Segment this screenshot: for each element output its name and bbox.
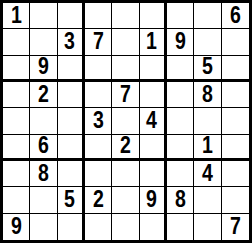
cell-digit: 6 (38, 135, 49, 159)
sudoku-cell[interactable] (112, 214, 139, 240)
sudoku-cell[interactable]: 2 (85, 187, 112, 213)
sudoku-cell[interactable] (140, 135, 167, 161)
sudoku-cell[interactable] (222, 108, 249, 134)
sudoku-cell[interactable] (30, 187, 57, 213)
sudoku-cell[interactable] (58, 56, 85, 82)
cell-digit: 7 (93, 30, 104, 54)
sudoku-cell[interactable] (3, 187, 30, 213)
sudoku-cell[interactable]: 6 (222, 3, 249, 29)
sudoku-cell[interactable] (30, 3, 57, 29)
sudoku-cell[interactable]: 3 (85, 108, 112, 134)
sudoku-cell[interactable] (58, 3, 85, 29)
cell-digit: 6 (230, 4, 241, 28)
sudoku-cell[interactable] (167, 214, 194, 240)
sudoku-cell[interactable]: 1 (194, 135, 221, 161)
sudoku-cell[interactable] (85, 3, 112, 29)
sudoku-cell[interactable] (112, 161, 139, 187)
sudoku-cell[interactable] (194, 108, 221, 134)
sudoku-cell[interactable] (222, 29, 249, 55)
cell-digit: 4 (146, 109, 157, 133)
sudoku-cell[interactable] (3, 135, 30, 161)
cell-digit: 8 (175, 188, 186, 212)
cell-digit: 7 (230, 215, 241, 239)
sudoku-cell[interactable]: 7 (222, 214, 249, 240)
sudoku-cell[interactable]: 2 (30, 82, 57, 108)
sudoku-cell[interactable] (140, 3, 167, 29)
sudoku-cell[interactable]: 4 (140, 108, 167, 134)
sudoku-cell[interactable] (140, 82, 167, 108)
sudoku-cell[interactable] (112, 187, 139, 213)
sudoku-cell[interactable] (85, 214, 112, 240)
sudoku-cell[interactable] (30, 29, 57, 55)
sudoku-board: 163719952783462184529897 (0, 0, 252, 243)
sudoku-cell[interactable] (222, 56, 249, 82)
sudoku-cell[interactable]: 8 (194, 82, 221, 108)
sudoku-cell[interactable]: 3 (58, 29, 85, 55)
sudoku-cell[interactable]: 6 (30, 135, 57, 161)
sudoku-cell[interactable]: 9 (30, 56, 57, 82)
sudoku-cell[interactable] (140, 161, 167, 187)
cell-digit: 1 (146, 30, 157, 54)
cell-digit: 3 (93, 109, 104, 133)
sudoku-cell[interactable]: 8 (167, 187, 194, 213)
sudoku-cell[interactable] (112, 108, 139, 134)
sudoku-cell[interactable] (194, 187, 221, 213)
cell-digit: 8 (38, 162, 49, 186)
sudoku-cell[interactable] (3, 108, 30, 134)
sudoku-cell[interactable] (140, 56, 167, 82)
cell-digit: 2 (38, 83, 49, 107)
cell-digit: 1 (202, 135, 213, 159)
sudoku-cell[interactable] (167, 56, 194, 82)
sudoku-cell[interactable] (222, 82, 249, 108)
sudoku-cell[interactable] (3, 161, 30, 187)
cell-digit: 9 (38, 56, 49, 80)
sudoku-cell[interactable] (58, 161, 85, 187)
sudoku-cell[interactable]: 5 (194, 56, 221, 82)
sudoku-cell[interactable] (167, 108, 194, 134)
sudoku-cell[interactable]: 7 (112, 82, 139, 108)
cell-digit: 9 (11, 215, 22, 239)
sudoku-cell[interactable] (30, 108, 57, 134)
sudoku-cell[interactable]: 9 (140, 187, 167, 213)
sudoku-cell[interactable]: 1 (140, 29, 167, 55)
sudoku-cell[interactable] (222, 135, 249, 161)
sudoku-cell[interactable] (3, 56, 30, 82)
sudoku-cell[interactable] (194, 3, 221, 29)
cell-digit: 4 (202, 162, 213, 186)
sudoku-cell[interactable] (194, 29, 221, 55)
sudoku-cell[interactable]: 9 (167, 29, 194, 55)
sudoku-cell[interactable] (3, 82, 30, 108)
cell-digit: 9 (146, 188, 157, 212)
sudoku-cell[interactable] (222, 161, 249, 187)
sudoku-cell[interactable] (58, 82, 85, 108)
sudoku-cell[interactable] (112, 56, 139, 82)
sudoku-cell[interactable] (3, 29, 30, 55)
sudoku-cell[interactable] (140, 214, 167, 240)
sudoku-cell[interactable] (167, 3, 194, 29)
sudoku-cell[interactable] (85, 161, 112, 187)
cell-digit: 9 (175, 30, 186, 54)
cell-digit: 5 (64, 188, 75, 212)
sudoku-cell[interactable] (85, 82, 112, 108)
cell-digit: 2 (93, 188, 104, 212)
sudoku-cell[interactable] (167, 135, 194, 161)
cell-digit: 5 (202, 56, 213, 80)
sudoku-cell[interactable] (112, 29, 139, 55)
sudoku-cell[interactable]: 9 (3, 214, 30, 240)
sudoku-cell[interactable]: 5 (58, 187, 85, 213)
sudoku-cell[interactable]: 7 (85, 29, 112, 55)
sudoku-cell[interactable] (30, 214, 57, 240)
cell-digit: 2 (120, 135, 131, 159)
sudoku-cell[interactable]: 1 (3, 3, 30, 29)
sudoku-cell[interactable] (85, 56, 112, 82)
sudoku-cell[interactable]: 2 (112, 135, 139, 161)
sudoku-cell[interactable] (58, 108, 85, 134)
cell-digit: 1 (11, 4, 22, 28)
sudoku-cell[interactable] (58, 214, 85, 240)
sudoku-cell[interactable] (112, 3, 139, 29)
sudoku-puzzle: 163719952783462184529897 (0, 0, 252, 243)
sudoku-cell[interactable] (194, 214, 221, 240)
sudoku-cell[interactable] (167, 82, 194, 108)
sudoku-cell[interactable] (85, 135, 112, 161)
sudoku-cell[interactable] (167, 161, 194, 187)
sudoku-cell[interactable] (58, 135, 85, 161)
cell-digit: 3 (64, 30, 75, 54)
sudoku-cell[interactable]: 4 (194, 161, 221, 187)
cell-digit: 7 (120, 83, 131, 107)
sudoku-cell[interactable]: 8 (30, 161, 57, 187)
sudoku-cell[interactable] (222, 187, 249, 213)
cell-digit: 8 (202, 83, 213, 107)
